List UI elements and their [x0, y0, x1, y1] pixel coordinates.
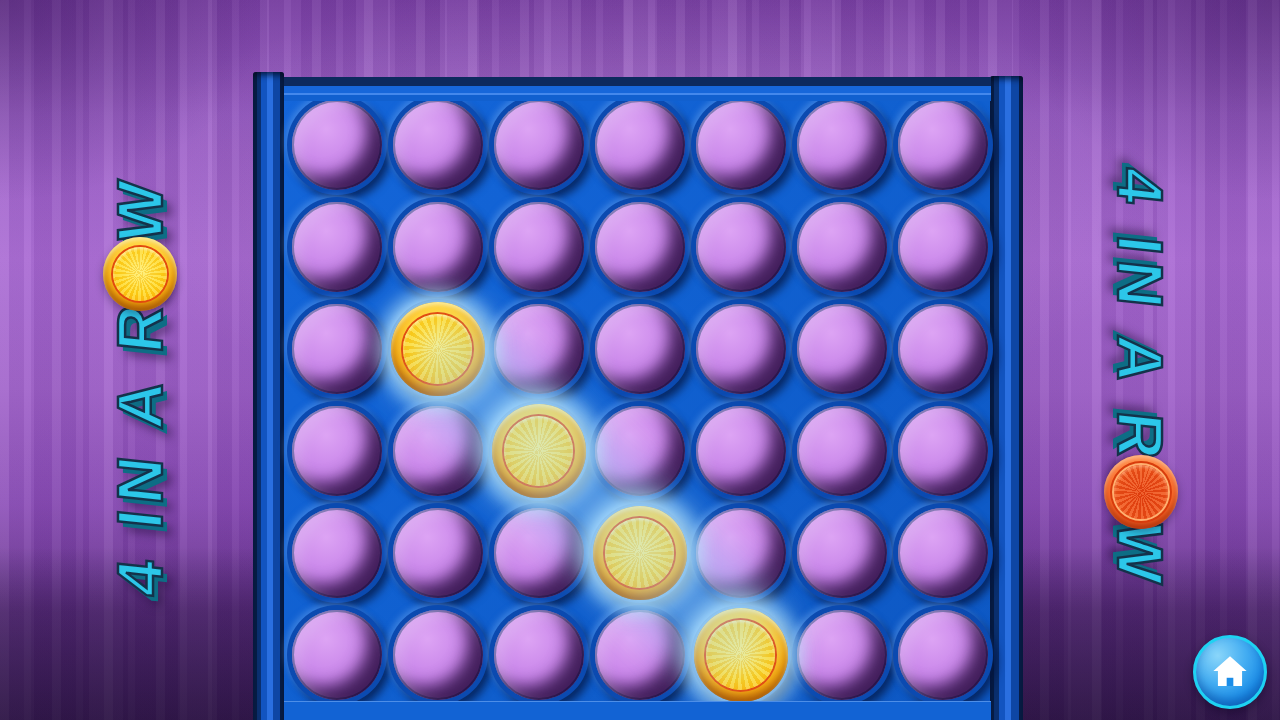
hole — [898, 304, 988, 394]
cell-r5-c6 — [892, 604, 993, 706]
game-screen: 4 IN A ROW 4 IN A ROW — [0, 0, 1280, 720]
cell-r0-c6 — [892, 94, 993, 196]
board-column-3[interactable] — [589, 94, 690, 706]
hole — [696, 304, 786, 394]
cell-r3-c5 — [791, 400, 892, 502]
cell-r4-c6 — [892, 502, 993, 604]
board-column-2[interactable] — [488, 94, 589, 706]
cell-r3-c4 — [690, 400, 791, 502]
board-panel — [284, 77, 991, 720]
hole — [292, 202, 382, 292]
hole — [696, 100, 786, 190]
board-right-post — [990, 76, 1023, 720]
home-icon — [1209, 651, 1251, 693]
cell-r5-c4 — [690, 604, 791, 706]
home-button[interactable] — [1193, 635, 1267, 709]
hole — [898, 508, 988, 598]
cell-r0-c3 — [589, 94, 690, 196]
cell-r5-c2 — [488, 604, 589, 706]
red-coin-icon — [1104, 455, 1178, 529]
hole — [292, 610, 382, 700]
hole — [898, 202, 988, 292]
hole — [797, 202, 887, 292]
cell-r1-c0 — [286, 196, 387, 298]
hole — [797, 610, 887, 700]
cell-r2-c6 — [892, 298, 993, 400]
yellow-disc — [391, 302, 485, 396]
hole — [494, 610, 584, 700]
cell-r4-c0 — [286, 502, 387, 604]
cell-r0-c5 — [791, 94, 892, 196]
hole — [494, 304, 584, 394]
hole — [393, 508, 483, 598]
hole — [696, 202, 786, 292]
board-left-post — [253, 72, 284, 720]
cell-r1-c3 — [589, 196, 690, 298]
hole — [797, 304, 887, 394]
cell-r0-c0 — [286, 94, 387, 196]
cell-r1-c6 — [892, 196, 993, 298]
hole — [898, 100, 988, 190]
yellow-disc — [593, 506, 687, 600]
hole — [494, 508, 584, 598]
cell-r3-c6 — [892, 400, 993, 502]
board-grid — [286, 94, 993, 706]
board-top-rail — [284, 77, 991, 101]
title-right: 4 IN A ROW — [1103, 165, 1177, 594]
hole — [898, 610, 988, 700]
cell-r0-c2 — [488, 94, 589, 196]
cell-r2-c5 — [791, 298, 892, 400]
hole — [292, 304, 382, 394]
cell-r3-c0 — [286, 400, 387, 502]
game-board — [253, 72, 1023, 720]
board-bottom-rail — [284, 701, 991, 720]
cell-r1-c4 — [690, 196, 791, 298]
hole — [292, 100, 382, 190]
cell-r2-c1 — [387, 298, 488, 400]
hole — [393, 406, 483, 496]
cell-r4-c5 — [791, 502, 892, 604]
board-column-5[interactable] — [791, 94, 892, 706]
hole — [292, 508, 382, 598]
hole — [797, 406, 887, 496]
hole — [898, 406, 988, 496]
board-column-1[interactable] — [387, 94, 488, 706]
cell-r2-c3 — [589, 298, 690, 400]
board-column-6[interactable] — [892, 94, 993, 706]
hole — [595, 610, 685, 700]
yellow-coin-icon — [103, 237, 177, 311]
cell-r0-c1 — [387, 94, 488, 196]
yellow-disc — [694, 608, 788, 702]
title-left: 4 IN A ROW — [103, 171, 177, 600]
hole — [393, 610, 483, 700]
hole — [494, 100, 584, 190]
board-column-0[interactable] — [286, 94, 387, 706]
board-column-4[interactable] — [690, 94, 791, 706]
cell-r3-c2 — [488, 400, 589, 502]
yellow-disc — [492, 404, 586, 498]
cell-r0-c4 — [690, 94, 791, 196]
cell-r1-c2 — [488, 196, 589, 298]
hole — [797, 508, 887, 598]
cell-r5-c1 — [387, 604, 488, 706]
hole — [595, 406, 685, 496]
hole — [494, 202, 584, 292]
hole — [595, 202, 685, 292]
hole — [595, 304, 685, 394]
cell-r4-c3 — [589, 502, 690, 604]
cell-r2-c4 — [690, 298, 791, 400]
hole — [696, 508, 786, 598]
hole — [393, 202, 483, 292]
hole — [292, 406, 382, 496]
cell-r5-c0 — [286, 604, 387, 706]
cell-r4-c1 — [387, 502, 488, 604]
hole — [797, 100, 887, 190]
cell-r1-c5 — [791, 196, 892, 298]
hole — [696, 406, 786, 496]
hole — [595, 100, 685, 190]
hole — [393, 100, 483, 190]
